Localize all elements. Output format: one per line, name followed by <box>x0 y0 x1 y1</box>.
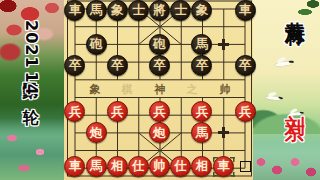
piece-black-cannon[interactable]: 砲 <box>86 34 107 55</box>
last-move-destination-marker <box>213 157 235 177</box>
piece-grid: 車馬象士將士象車砲砲馬卒卒卒卒卒兵兵兵兵兵炮炮馬車馬相仕帅仕相車 <box>64 0 255 177</box>
player-name-red: 刘京 <box>283 98 310 110</box>
event-title: 2021象甲第14轮 <box>20 20 41 170</box>
piece-black-chariot[interactable]: 車 <box>235 0 256 21</box>
piece-red-chariot[interactable]: 車 <box>64 156 85 177</box>
piece-red-advisor[interactable]: 仕 <box>170 156 191 177</box>
piece-red-elephant[interactable]: 相 <box>191 156 212 177</box>
board-point-cross-marker <box>218 39 229 50</box>
piece-red-cannon[interactable]: 炮 <box>86 122 107 143</box>
piece-black-elephant[interactable]: 象 <box>107 0 128 21</box>
xiangqi-board[interactable]: 象 棋 神 之 帅 車馬象士將士象車砲砲馬卒卒卒卒卒兵兵兵兵兵炮炮馬車馬相仕帅仕… <box>64 0 253 180</box>
piece-black-chariot[interactable]: 車 <box>64 0 85 21</box>
piece-red-horse[interactable]: 馬 <box>191 122 212 143</box>
piece-red-cannon[interactable]: 炮 <box>149 122 170 143</box>
crane-icon <box>275 61 291 67</box>
piece-black-advisor[interactable]: 士 <box>128 0 149 21</box>
piece-black-cannon[interactable]: 砲 <box>149 34 170 55</box>
piece-red-advisor[interactable]: 仕 <box>128 156 149 177</box>
piece-red-pawn[interactable]: 兵 <box>149 101 170 122</box>
piece-red-pawn[interactable]: 兵 <box>191 101 212 122</box>
piece-black-advisor[interactable]: 士 <box>170 0 191 21</box>
last-move-origin-marker <box>240 161 251 172</box>
piece-black-horse[interactable]: 馬 <box>86 0 107 21</box>
piece-red-pawn[interactable]: 兵 <box>235 101 256 122</box>
video-frame: 2021象甲第14轮 象 棋 神 之 帅 車馬象士將士象車砲砲馬卒卒卒卒卒兵兵兵… <box>0 0 320 180</box>
piece-black-pawn[interactable]: 卒 <box>107 55 128 76</box>
piece-black-pawn[interactable]: 卒 <box>191 55 212 76</box>
piece-black-king[interactable]: 將 <box>149 0 170 21</box>
piece-red-horse[interactable]: 馬 <box>86 156 107 177</box>
piece-black-elephant[interactable]: 象 <box>191 0 212 21</box>
right-scenery-panel: 黄海林 刘京 <box>253 0 320 180</box>
flower-decoration <box>253 152 320 180</box>
board-point-cross-marker <box>218 127 229 138</box>
piece-red-elephant[interactable]: 相 <box>107 156 128 177</box>
piece-red-pawn[interactable]: 兵 <box>107 101 128 122</box>
piece-black-pawn[interactable]: 卒 <box>64 55 85 76</box>
piece-black-pawn[interactable]: 卒 <box>149 55 170 76</box>
piece-black-pawn[interactable]: 卒 <box>235 55 256 76</box>
left-scenery-panel: 2021象甲第14轮 <box>0 0 64 180</box>
piece-red-pawn[interactable]: 兵 <box>64 101 85 122</box>
player-name-black: 黄海林 <box>283 6 310 12</box>
piece-black-horse[interactable]: 馬 <box>191 34 212 55</box>
piece-red-king[interactable]: 帅 <box>149 156 170 177</box>
